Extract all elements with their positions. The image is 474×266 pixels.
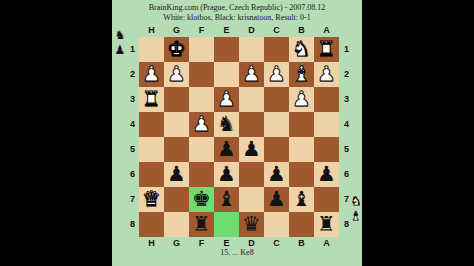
white-pawn: ♟: [139, 62, 164, 87]
square-d7[interactable]: [239, 187, 264, 212]
coord-label-2: 2: [341, 62, 352, 87]
square-a8[interactable]: ♜: [314, 212, 339, 237]
coord-label-6: 6: [341, 162, 352, 187]
square-a7[interactable]: [314, 187, 339, 212]
square-c1[interactable]: [264, 37, 289, 62]
square-g3[interactable]: [164, 87, 189, 112]
black-pawn: ♟: [239, 137, 264, 162]
black-pawn: ♟: [164, 162, 189, 187]
coord-label-G: G: [164, 24, 189, 36]
square-h2[interactable]: ♟: [139, 62, 164, 87]
square-e2[interactable]: [214, 62, 239, 87]
coord-label-C: C: [264, 24, 289, 36]
square-a1[interactable]: ♜: [314, 37, 339, 62]
square-b7[interactable]: ♝: [289, 187, 314, 212]
black-pawn: ♟: [214, 162, 239, 187]
square-h1[interactable]: [139, 37, 164, 62]
square-f1[interactable]: [189, 37, 214, 62]
square-g6[interactable]: ♟: [164, 162, 189, 187]
square-h4[interactable]: [139, 112, 164, 137]
square-c4[interactable]: [264, 112, 289, 137]
coord-label-4: 4: [127, 112, 138, 137]
black-bishop: ♝: [289, 187, 314, 212]
white-knight: ♞: [289, 37, 314, 62]
square-c3[interactable]: [264, 87, 289, 112]
square-b4[interactable]: [289, 112, 314, 137]
black-bishop: ♝: [214, 187, 239, 212]
white-pawn: ♟: [289, 87, 314, 112]
square-b1[interactable]: ♞: [289, 37, 314, 62]
square-g1[interactable]: ♚: [164, 37, 189, 62]
white-pawn: ♟: [314, 62, 339, 87]
square-h8[interactable]: [139, 212, 164, 237]
black-pawn: ♟: [264, 162, 289, 187]
coord-label-3: 3: [127, 87, 138, 112]
square-a4[interactable]: [314, 112, 339, 137]
white-bishop: ♝: [289, 62, 314, 87]
black-queen: ♛: [239, 212, 264, 237]
black-pawn: ♟: [314, 162, 339, 187]
white-pawn: ♟: [214, 87, 239, 112]
coord-label-4: 4: [341, 112, 352, 137]
square-f2[interactable]: [189, 62, 214, 87]
square-d1[interactable]: [239, 37, 264, 62]
square-d3[interactable]: [239, 87, 264, 112]
square-f4[interactable]: ♟: [189, 112, 214, 137]
square-a6[interactable]: ♟: [314, 162, 339, 187]
square-f3[interactable]: [189, 87, 214, 112]
square-e4[interactable]: ♞: [214, 112, 239, 137]
coord-label-7: 7: [127, 187, 138, 212]
square-d6[interactable]: [239, 162, 264, 187]
coord-label-D: D: [239, 24, 264, 36]
square-a3[interactable]: [314, 87, 339, 112]
coord-label-6: 6: [127, 162, 138, 187]
coord-label-F: F: [189, 24, 214, 36]
square-d4[interactable]: [239, 112, 264, 137]
coord-label-5: 5: [127, 137, 138, 162]
square-b3[interactable]: ♟: [289, 87, 314, 112]
square-d8[interactable]: ♛: [239, 212, 264, 237]
coord-label-5: 5: [341, 137, 352, 162]
square-c8[interactable]: [264, 212, 289, 237]
square-g5[interactable]: [164, 137, 189, 162]
white-pawn: ♟: [189, 112, 214, 137]
video-frame: BrainKing.com (Prague, Czech Republic) -…: [0, 0, 474, 266]
square-f6[interactable]: [189, 162, 214, 187]
chess-board: ♚♞♜♟♟♟♟♝♟♜♟♟♟♞♟♟♟♟♟♟♛♚♝♟♝♜♛♜: [139, 37, 339, 237]
black-pawn: ♟: [113, 43, 127, 58]
white-rook: ♜: [139, 87, 164, 112]
square-f8[interactable]: ♜: [189, 212, 214, 237]
white-pawn: ♟: [264, 62, 289, 87]
square-h6[interactable]: [139, 162, 164, 187]
square-g8[interactable]: [164, 212, 189, 237]
black-king: ♚: [189, 187, 214, 212]
square-a5[interactable]: [314, 137, 339, 162]
square-d5[interactable]: ♟: [239, 137, 264, 162]
square-e1[interactable]: [214, 37, 239, 62]
black-pawn: ♟: [264, 187, 289, 212]
square-b6[interactable]: [289, 162, 314, 187]
white-rook: ♜: [314, 37, 339, 62]
black-pawn: ♟: [214, 137, 239, 162]
square-b2[interactable]: ♝: [289, 62, 314, 87]
black-rook: ♜: [189, 212, 214, 237]
coord-label-3: 3: [341, 87, 352, 112]
square-h3[interactable]: ♜: [139, 87, 164, 112]
site-and-date-title: BrainKing.com (Prague, Czech Republic) -…: [112, 3, 362, 13]
black-rook: ♜: [314, 212, 339, 237]
square-e8[interactable]: [214, 212, 239, 237]
white-queen: ♛: [139, 187, 164, 212]
rank-labels-left: 12345678: [127, 37, 138, 237]
square-b8[interactable]: [289, 212, 314, 237]
file-labels-top: HGFEDCBA: [139, 24, 339, 36]
coord-label-E: E: [214, 24, 239, 36]
white-bishop: ♝: [349, 209, 363, 224]
white-pawn: ♟: [239, 62, 264, 87]
square-f5[interactable]: [189, 137, 214, 162]
coord-label-2: 2: [127, 62, 138, 87]
coord-label-1: 1: [341, 37, 352, 62]
white-king: ♚: [164, 37, 189, 62]
square-c6[interactable]: ♟: [264, 162, 289, 187]
coord-label-1: 1: [127, 37, 138, 62]
square-e5[interactable]: ♟: [214, 137, 239, 162]
square-g2[interactable]: ♟: [164, 62, 189, 87]
coord-label-H: H: [139, 24, 164, 36]
coord-label-B: B: [289, 24, 314, 36]
coord-label-A: A: [314, 24, 339, 36]
square-h5[interactable]: [139, 137, 164, 162]
square-d2[interactable]: ♟: [239, 62, 264, 87]
coord-label-8: 8: [127, 212, 138, 237]
move-annotation: 15. ... Ke8: [112, 248, 362, 257]
square-g4[interactable]: [164, 112, 189, 137]
captured-white-pieces-tray: ♞♝: [349, 194, 363, 224]
black-knight: ♞: [214, 112, 239, 137]
square-b5[interactable]: [289, 137, 314, 162]
square-a2[interactable]: ♟: [314, 62, 339, 87]
players-result-line: White: klotbos, Black: krisnatoon, Resul…: [112, 13, 362, 23]
square-e7[interactable]: ♝: [214, 187, 239, 212]
square-f7[interactable]: ♚: [189, 187, 214, 212]
square-g7[interactable]: [164, 187, 189, 212]
square-e3[interactable]: ♟: [214, 87, 239, 112]
square-h7[interactable]: ♛: [139, 187, 164, 212]
black-knight: ♞: [113, 28, 127, 43]
white-pawn: ♟: [164, 62, 189, 87]
captured-black-pieces-tray: ♞♟: [113, 28, 127, 58]
square-c2[interactable]: ♟: [264, 62, 289, 87]
white-knight: ♞: [349, 194, 363, 209]
game-panel: BrainKing.com (Prague, Czech Republic) -…: [112, 0, 362, 266]
square-e6[interactable]: ♟: [214, 162, 239, 187]
square-c7[interactable]: ♟: [264, 187, 289, 212]
square-c5[interactable]: [264, 137, 289, 162]
